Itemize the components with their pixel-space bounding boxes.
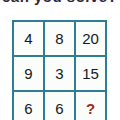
grid-cell-r1c2: 15 <box>76 57 105 90</box>
grid-cell-r0c1: 8 <box>45 22 74 55</box>
grid-cell-r1c1: 3 <box>45 57 74 90</box>
grid-cell-r2c0: 6 <box>14 92 43 120</box>
grid-cell-r0c2: 20 <box>76 22 105 55</box>
grid-cell-unknown: ? <box>76 92 105 120</box>
puzzle-grid: 4 8 20 9 3 15 6 6 ? <box>12 20 107 120</box>
puzzle-title: can you solve? <box>2 0 120 5</box>
grid-cell-r0c0: 4 <box>14 22 43 55</box>
grid-cell-r2c1: 6 <box>45 92 74 120</box>
puzzle-screen: can you solve? 4 8 20 9 3 15 6 6 ? <box>0 0 120 120</box>
grid-cell-r1c0: 9 <box>14 57 43 90</box>
